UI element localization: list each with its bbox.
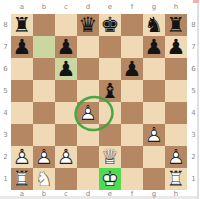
- square-b8[interactable]: [33, 14, 55, 36]
- black-pawn[interactable]: ♟: [143, 36, 165, 58]
- square-c5[interactable]: [55, 80, 77, 102]
- square-h6[interactable]: [165, 58, 187, 80]
- rank-label-left-7: 7: [1, 36, 10, 58]
- square-c1[interactable]: [55, 168, 77, 190]
- square-e1[interactable]: ♚♔: [99, 168, 121, 190]
- square-c4[interactable]: [55, 102, 77, 124]
- square-f8[interactable]: [121, 14, 143, 36]
- white-pawn[interactable]: ♟♙: [143, 124, 165, 146]
- square-e2[interactable]: ♛♕: [99, 146, 121, 168]
- square-a4[interactable]: [11, 102, 33, 124]
- white-pawn[interactable]: ♟♙: [55, 146, 77, 168]
- square-d7[interactable]: [77, 36, 99, 58]
- file-label-bottom-g: g: [143, 189, 165, 199]
- rank-label-right-2: 2: [189, 146, 198, 168]
- square-g1[interactable]: [143, 168, 165, 190]
- white-pawn[interactable]: ♟♙: [77, 102, 99, 124]
- rank-label-left-4: 4: [1, 102, 10, 124]
- square-g6[interactable]: [143, 58, 165, 80]
- file-label-bottom-c: c: [55, 189, 77, 199]
- black-pawn[interactable]: ♟: [55, 58, 77, 80]
- square-h3[interactable]: [165, 124, 187, 146]
- square-d5[interactable]: [77, 80, 99, 102]
- square-g5[interactable]: [143, 80, 165, 102]
- file-label-top-e: e: [99, 2, 121, 12]
- white-pawn[interactable]: ♟♙: [11, 146, 33, 168]
- file-label-bottom-f: f: [121, 189, 143, 199]
- black-king[interactable]: ♚: [99, 14, 121, 36]
- rank-label-left-6: 6: [1, 58, 10, 80]
- square-a1[interactable]: ♜♖: [11, 168, 33, 190]
- file-label-bottom-d: d: [77, 189, 99, 199]
- file-label-top-b: b: [33, 2, 55, 12]
- square-a3[interactable]: [11, 124, 33, 146]
- square-a6[interactable]: [11, 58, 33, 80]
- black-rook[interactable]: ♜: [11, 14, 33, 36]
- white-rook[interactable]: ♜♖: [11, 168, 33, 190]
- file-label-top-d: d: [77, 2, 99, 12]
- square-d6[interactable]: [77, 58, 99, 80]
- square-e7[interactable]: [99, 36, 121, 58]
- rank-label-right-5: 5: [189, 80, 198, 102]
- black-queen[interactable]: ♛: [77, 14, 99, 36]
- rank-label-right-7: 7: [189, 36, 198, 58]
- white-king[interactable]: ♚♔: [99, 168, 121, 190]
- square-c7[interactable]: ♟: [55, 36, 77, 58]
- square-f6[interactable]: ♟: [121, 58, 143, 80]
- rank-label-left-1: 1: [1, 168, 10, 190]
- square-c8[interactable]: [55, 14, 77, 36]
- black-rook[interactable]: ♜: [165, 14, 187, 36]
- square-c3[interactable]: [55, 124, 77, 146]
- square-a5[interactable]: [11, 80, 33, 102]
- file-label-bottom-e: e: [99, 189, 121, 199]
- square-e4[interactable]: [99, 102, 121, 124]
- square-e5[interactable]: ♝: [99, 80, 121, 102]
- square-b5[interactable]: [33, 80, 55, 102]
- square-g7[interactable]: ♟: [143, 36, 165, 58]
- file-label-top-g: g: [143, 2, 165, 12]
- rank-label-right-1: 1: [189, 168, 198, 190]
- square-c2[interactable]: ♟♙: [55, 146, 77, 168]
- white-rook[interactable]: ♜♖: [165, 168, 187, 190]
- square-d4[interactable]: ♟♙: [77, 102, 99, 124]
- white-pawn[interactable]: ♟♙: [165, 146, 187, 168]
- square-f4[interactable]: [121, 102, 143, 124]
- square-c6[interactable]: ♟: [55, 58, 77, 80]
- square-b7[interactable]: [33, 36, 55, 58]
- rank-label-right-4: 4: [189, 102, 198, 124]
- square-f3[interactable]: [121, 124, 143, 146]
- black-pawn[interactable]: ♟: [121, 58, 143, 80]
- file-label-bottom-b: b: [33, 189, 55, 199]
- square-a7[interactable]: ♟: [11, 36, 33, 58]
- square-b4[interactable]: [33, 102, 55, 124]
- rank-label-left-3: 3: [1, 124, 10, 146]
- square-d3[interactable]: [77, 124, 99, 146]
- square-a8[interactable]: ♜: [11, 14, 33, 36]
- file-label-top-f: f: [121, 2, 143, 12]
- square-b1[interactable]: ♞♘: [33, 168, 55, 190]
- square-g4[interactable]: [143, 102, 165, 124]
- square-d8[interactable]: ♛: [77, 14, 99, 36]
- square-h2[interactable]: ♟♙: [165, 146, 187, 168]
- white-knight[interactable]: ♞♘: [33, 168, 55, 190]
- square-h5[interactable]: [165, 80, 187, 102]
- white-pawn[interactable]: ♟♙: [33, 146, 55, 168]
- black-knight[interactable]: ♞: [143, 14, 165, 36]
- square-f5[interactable]: [121, 80, 143, 102]
- square-a2[interactable]: ♟♙: [11, 146, 33, 168]
- square-g8[interactable]: ♞: [143, 14, 165, 36]
- square-h4[interactable]: [165, 102, 187, 124]
- square-d2[interactable]: [77, 146, 99, 168]
- square-f1[interactable]: [121, 168, 143, 190]
- file-label-top-a: a: [11, 2, 33, 12]
- black-pawn[interactable]: ♟: [55, 36, 77, 58]
- square-e8[interactable]: ♚: [99, 14, 121, 36]
- rank-label-left-5: 5: [1, 80, 10, 102]
- rank-label-left-8: 8: [1, 14, 10, 36]
- square-b3[interactable]: [33, 124, 55, 146]
- square-b6[interactable]: [33, 58, 55, 80]
- top-right-artifact: [193, 0, 199, 3]
- square-b2[interactable]: ♟♙: [33, 146, 55, 168]
- file-label-bottom-a: a: [11, 189, 33, 199]
- white-queen[interactable]: ♛♕: [99, 146, 121, 168]
- square-h1[interactable]: ♜♖: [165, 168, 187, 190]
- square-d1[interactable]: [77, 168, 99, 190]
- rank-label-left-2: 2: [1, 146, 10, 168]
- square-e3[interactable]: [99, 124, 121, 146]
- black-pawn[interactable]: ♟: [11, 36, 33, 58]
- rank-label-right-6: 6: [189, 58, 198, 80]
- rank-label-right-8: 8: [189, 14, 198, 36]
- black-bishop[interactable]: ♝: [99, 80, 121, 102]
- chess-board: ♜♛♚♞♜♟♟♟♟♟♟♝♟♙♟♙♟♙♟♙♟♙♛♕♟♙♜♖♞♘♚♔♜♖: [11, 14, 187, 190]
- file-label-top-h: h: [165, 2, 187, 12]
- file-label-top-c: c: [55, 2, 77, 12]
- square-f2[interactable]: [121, 146, 143, 168]
- square-f7[interactable]: [121, 36, 143, 58]
- square-g3[interactable]: ♟♙: [143, 124, 165, 146]
- square-h8[interactable]: ♜: [165, 14, 187, 36]
- square-g2[interactable]: [143, 146, 165, 168]
- file-label-bottom-h: h: [165, 189, 187, 199]
- black-pawn[interactable]: ♟: [165, 36, 187, 58]
- rank-label-right-3: 3: [189, 124, 198, 146]
- chess-widget: ♜♛♚♞♜♟♟♟♟♟♟♝♟♙♟♙♟♙♟♙♟♙♛♕♟♙♜♖♞♘♚♔♜♖ aabbc…: [0, 0, 200, 199]
- square-h7[interactable]: ♟: [165, 36, 187, 58]
- square-e6[interactable]: [99, 58, 121, 80]
